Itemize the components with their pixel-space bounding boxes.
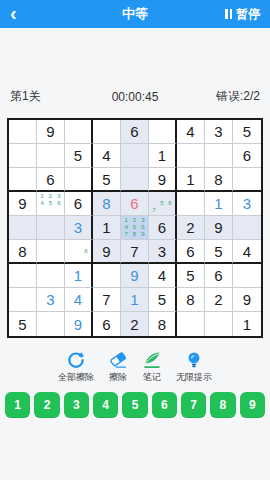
user-digit: 4 (74, 291, 82, 308)
hint-bulb-icon (184, 350, 204, 370)
cell-r8c6[interactable]: 5 (149, 288, 177, 312)
cell-r5c2[interactable] (37, 216, 65, 240)
erase-all-label: 全部擦除 (58, 371, 94, 384)
notes-pen-icon (142, 350, 162, 370)
given-digit: 6 (130, 123, 138, 140)
cell-r4c5[interactable]: 6 (121, 192, 149, 216)
cell-r8c7[interactable]: 8 (177, 288, 205, 312)
cell-r4c8[interactable]: 1 (205, 192, 233, 216)
given-digit: 3 (158, 243, 166, 260)
cell-r9c3[interactable]: 9 (65, 312, 93, 336)
cell-r3c5[interactable] (121, 168, 149, 192)
cell-r8c3[interactable]: 4 (65, 288, 93, 312)
given-digit: 2 (186, 219, 194, 236)
pause-button[interactable]: 暂停 (225, 6, 260, 23)
cell-r1c4[interactable] (93, 120, 121, 144)
cell-r9c6[interactable]: 8 (149, 312, 177, 336)
given-digit: 6 (46, 171, 54, 188)
cell-r3c6[interactable]: 9 (149, 168, 177, 192)
given-digit: 6 (214, 267, 222, 284)
cell-r2c9[interactable]: 6 (233, 144, 261, 168)
cell-r1c6[interactable] (149, 120, 177, 144)
numpad-button-7[interactable]: 7 (181, 392, 206, 418)
cell-r8c1[interactable] (9, 288, 37, 312)
given-digit: 1 (102, 219, 110, 236)
numpad-button-8[interactable]: 8 (210, 392, 235, 418)
erase-all-icon (66, 350, 86, 370)
cell-r8c9[interactable]: 9 (233, 288, 261, 312)
given-digit: 8 (18, 243, 26, 260)
numpad-button-5[interactable]: 5 (122, 392, 147, 418)
status-row: 第1关 00:00:45 错误:2/2 (0, 88, 270, 105)
cell-r4c6[interactable]: 567 (149, 192, 177, 216)
cell-r2c7[interactable] (177, 144, 205, 168)
pencil-marks: 567 (150, 193, 174, 214)
cell-r3c4[interactable]: 5 (93, 168, 121, 192)
cell-r2c4[interactable]: 4 (93, 144, 121, 168)
cell-r3c7[interactable]: 1 (177, 168, 205, 192)
cell-r6c6[interactable]: 3 (149, 240, 177, 264)
cell-r6c5[interactable]: 7 (121, 240, 149, 264)
given-digit: 5 (243, 123, 251, 140)
cell-r2c5[interactable] (121, 144, 149, 168)
cell-r9c7[interactable] (177, 312, 205, 336)
notes-button[interactable]: 笔记 (142, 350, 162, 384)
cell-r6c3[interactable]: 6 (65, 240, 93, 264)
sudoku-board-wrap: 9643554166591891234566865671331123456789… (7, 118, 263, 338)
page-title: 中等 (122, 5, 148, 23)
cell-r1c7[interactable]: 4 (177, 120, 205, 144)
cell-r5c5[interactable]: 123456789 (121, 216, 149, 240)
toolbar: 全部擦除 擦除 笔记 无限提示 (0, 350, 270, 384)
cell-r2c1[interactable] (9, 144, 37, 168)
given-digit: 1 (243, 316, 251, 333)
given-digit: 5 (186, 267, 194, 284)
given-digit: 9 (243, 291, 251, 308)
cell-r5c7[interactable]: 2 (177, 216, 205, 240)
cell-r7c5[interactable]: 9 (121, 264, 149, 288)
user-digit: 1 (214, 195, 222, 212)
error-digit: 6 (130, 195, 138, 212)
pencil-marks: 123456789 (122, 217, 147, 238)
numpad-button-3[interactable]: 3 (64, 392, 89, 418)
user-digit: 1 (74, 267, 82, 284)
numpad-button-2[interactable]: 2 (34, 392, 59, 418)
pencil-marks: 123456 (38, 193, 63, 214)
given-digit: 9 (102, 243, 110, 260)
cell-r2c6[interactable]: 1 (149, 144, 177, 168)
given-digit: 4 (243, 243, 251, 260)
user-digit: 3 (46, 291, 54, 308)
cell-r6c9[interactable]: 4 (233, 240, 261, 264)
pause-icon (225, 9, 232, 19)
cell-r3c2[interactable]: 6 (37, 168, 65, 192)
cell-r5c8[interactable]: 9 (205, 216, 233, 240)
given-digit: 6 (186, 243, 194, 260)
user-digit: 8 (102, 195, 110, 212)
given-digit: 3 (214, 123, 222, 140)
given-digit: 5 (214, 243, 222, 260)
given-digit: 8 (186, 291, 194, 308)
cell-r5c9[interactable] (233, 216, 261, 240)
given-digit: 4 (102, 147, 110, 164)
cell-r8c8[interactable]: 2 (205, 288, 233, 312)
back-icon[interactable]: ‹ (10, 3, 17, 23)
cell-r4c1[interactable]: 9 (9, 192, 37, 216)
given-digit: 7 (102, 291, 110, 308)
given-digit: 4 (158, 267, 166, 284)
cell-r3c8[interactable]: 8 (205, 168, 233, 192)
cell-r2c3[interactable]: 5 (65, 144, 93, 168)
cell-r1c2[interactable]: 9 (37, 120, 65, 144)
cell-r3c9[interactable] (233, 168, 261, 192)
given-digit: 6 (102, 316, 110, 333)
cell-r6c4[interactable]: 9 (93, 240, 121, 264)
user-digit: 9 (74, 316, 82, 333)
given-digit: 4 (186, 123, 194, 140)
cell-r7c1[interactable] (9, 264, 37, 288)
cell-r9c5[interactable]: 2 (121, 312, 149, 336)
numpad: 1 2 3 4 5 6 7 8 9 (5, 392, 265, 418)
cell-r1c1[interactable] (9, 120, 37, 144)
error-counter: 错误:2/2 (216, 88, 260, 105)
cell-r4c7[interactable] (177, 192, 205, 216)
cell-r4c9[interactable]: 3 (233, 192, 261, 216)
erase-all-button[interactable]: 全部擦除 (58, 350, 94, 384)
given-digit: 8 (158, 316, 166, 333)
numpad-button-1[interactable]: 1 (5, 392, 30, 418)
hint-label: 无限提示 (176, 371, 212, 384)
cell-r1c9[interactable]: 5 (233, 120, 261, 144)
given-digit: 5 (74, 147, 82, 164)
given-digit: 7 (130, 243, 138, 260)
sudoku-board: 9643554166591891234566865671331123456789… (7, 118, 263, 338)
cell-r7c4[interactable] (93, 264, 121, 288)
eraser-icon (108, 350, 128, 370)
timer: 00:00:45 (112, 90, 159, 104)
given-digit: 6 (158, 219, 166, 236)
given-digit: 1 (158, 147, 166, 164)
user-digit: 3 (74, 219, 82, 236)
cell-r8c4[interactable]: 7 (93, 288, 121, 312)
cell-r4c3[interactable]: 6 (65, 192, 93, 216)
user-digit: 9 (130, 267, 138, 284)
cell-r7c2[interactable] (37, 264, 65, 288)
cell-r9c2[interactable] (37, 312, 65, 336)
given-digit: 1 (186, 171, 194, 188)
cell-r6c8[interactable]: 5 (205, 240, 233, 264)
user-digit: 3 (243, 195, 251, 212)
eraser-button[interactable]: 擦除 (108, 350, 128, 384)
cell-r8c5[interactable]: 1 (121, 288, 149, 312)
level-label: 第1关 (10, 88, 41, 105)
given-digit: 6 (243, 147, 251, 164)
cell-r6c1[interactable]: 8 (9, 240, 37, 264)
top-bar: ‹ 中等 暂停 (0, 0, 270, 28)
notes-label: 笔记 (143, 371, 161, 384)
given-digit: 5 (102, 171, 110, 188)
given-digit: 9 (46, 123, 54, 140)
cell-r4c4[interactable]: 8 (93, 192, 121, 216)
given-digit: 5 (18, 316, 26, 333)
cell-r3c3[interactable] (65, 168, 93, 192)
cell-r2c8[interactable] (205, 144, 233, 168)
pause-label: 暂停 (236, 6, 260, 23)
cell-r1c3[interactable] (65, 120, 93, 144)
user-digit: 1 (130, 291, 138, 308)
cell-r5c1[interactable] (9, 216, 37, 240)
eraser-label: 擦除 (109, 371, 127, 384)
cell-r6c2[interactable] (37, 240, 65, 264)
cell-r9c4[interactable]: 6 (93, 312, 121, 336)
numpad-button-6[interactable]: 6 (152, 392, 177, 418)
cell-r8c2[interactable]: 3 (37, 288, 65, 312)
cell-r1c8[interactable]: 3 (205, 120, 233, 144)
cell-r9c1[interactable]: 5 (9, 312, 37, 336)
cell-r9c8[interactable] (205, 312, 233, 336)
cell-r2c2[interactable] (37, 144, 65, 168)
given-digit: 9 (158, 171, 166, 188)
given-digit: 2 (214, 291, 222, 308)
cell-r5c6[interactable]: 6 (149, 216, 177, 240)
numpad-button-9[interactable]: 9 (240, 392, 265, 418)
given-digit: 9 (214, 219, 222, 236)
cell-r5c4[interactable]: 1 (93, 216, 121, 240)
cell-r7c6[interactable]: 4 (149, 264, 177, 288)
given-digit: 9 (18, 195, 26, 212)
cell-r6c7[interactable]: 6 (177, 240, 205, 264)
cell-r9c9[interactable]: 1 (233, 312, 261, 336)
hint-button[interactable]: 无限提示 (176, 350, 212, 384)
given-digit: 5 (158, 291, 166, 308)
cell-r4c2[interactable]: 123456 (37, 192, 65, 216)
cell-r5c3[interactable]: 3 (65, 216, 93, 240)
pencil-marks: 6 (66, 241, 90, 261)
given-digit: 6 (74, 195, 82, 212)
cell-r7c9[interactable] (233, 264, 261, 288)
given-digit: 8 (214, 171, 222, 188)
given-digit: 2 (130, 316, 138, 333)
cell-r7c7[interactable]: 5 (177, 264, 205, 288)
numpad-button-4[interactable]: 4 (93, 392, 118, 418)
cell-r7c8[interactable]: 6 (205, 264, 233, 288)
cell-r7c3[interactable]: 1 (65, 264, 93, 288)
cell-r1c5[interactable]: 6 (121, 120, 149, 144)
cell-r3c1[interactable] (9, 168, 37, 192)
